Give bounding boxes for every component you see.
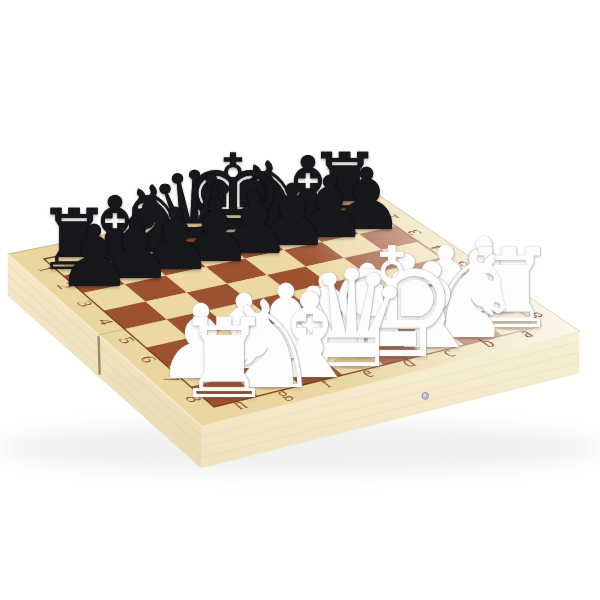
clasp-pin-highlight <box>423 394 425 396</box>
chess-set-photo: hgfedcba1234567812345678 ♜♝♞♚♛♞♝♜♟♟♟♟♟♟♟… <box>0 0 600 600</box>
fold-seam <box>99 336 100 375</box>
clasp-pin <box>422 393 429 400</box>
piece-white-rook-h8[interactable]: ♜ <box>175 305 274 415</box>
piece-black-pawn-h2[interactable]: ♟ <box>56 214 132 299</box>
